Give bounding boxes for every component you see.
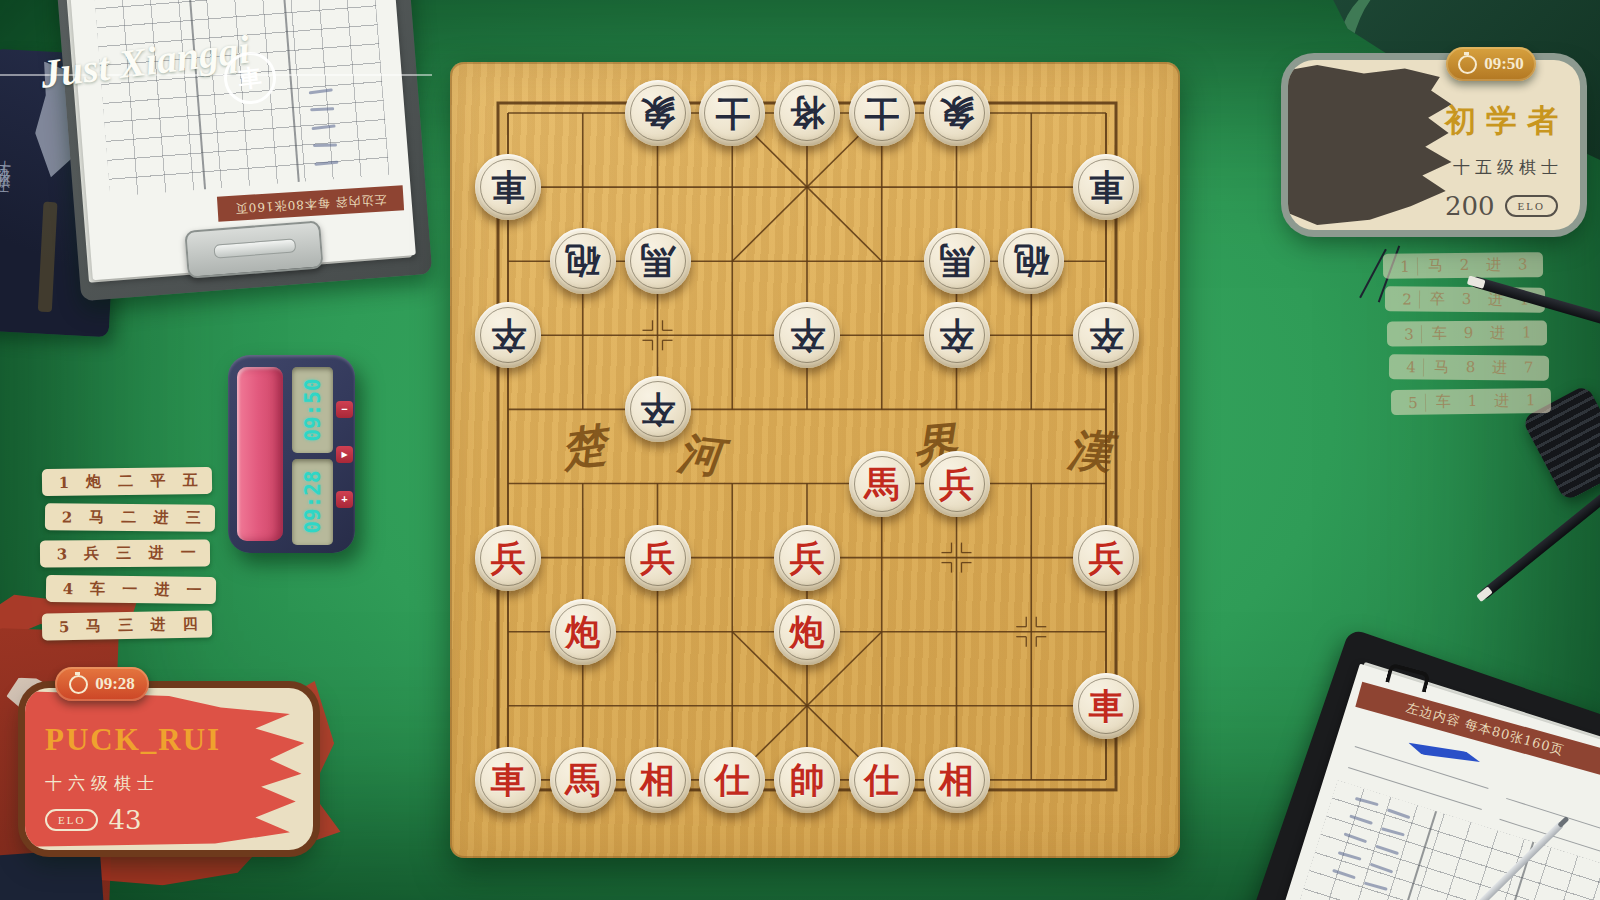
move-number: 1 (1393, 257, 1418, 275)
opponent-card: 初学者 十五级棋士 200 ELO (1288, 60, 1580, 230)
black-move-row: 1马 2 进 3 (1383, 252, 1543, 279)
clock-display-opponent: 09:50 (292, 367, 333, 453)
piece-red-車-f1r10[interactable]: 車 (475, 747, 541, 813)
red-move-row: 2马 二 进 三 (45, 503, 215, 531)
player-name: PUCK_RUI (45, 722, 221, 758)
piece-character: 車 (1089, 170, 1124, 205)
piece-black-卒-f1r4[interactable]: 卒 (475, 302, 541, 368)
river-calligraphy: 漢 (1066, 421, 1114, 483)
piece-black-卒-f7r4[interactable]: 卒 (924, 302, 990, 368)
move-number: 2 (1395, 290, 1420, 308)
player-elo-row: ELO 43 (45, 805, 221, 835)
piece-character: 砲 (565, 244, 600, 279)
piece-character: 卒 (491, 318, 526, 353)
piece-black-将-f5r1[interactable]: 将 (774, 80, 840, 146)
piece-character: 将 (790, 96, 825, 131)
piece-red-兵-f7r6[interactable]: 兵 (924, 451, 990, 517)
piece-character: 卒 (790, 318, 825, 353)
handwriting (313, 143, 337, 147)
move-text: 车 9 进 1 (1432, 324, 1538, 344)
piece-character: 馬 (640, 244, 675, 279)
piece-character: 士 (715, 96, 750, 131)
banner-text: 左边内容 每本80张160页 (234, 190, 387, 216)
opponent-name: 初学者 (1445, 100, 1568, 142)
gold-title-strip (38, 202, 58, 313)
clock-rocker-button (237, 367, 283, 541)
piece-character: 車 (491, 762, 526, 797)
piece-red-炮-f2r8[interactable]: 炮 (550, 599, 616, 665)
piece-black-卒-f3r5[interactable]: 卒 (625, 376, 691, 442)
piece-red-仕-f4r10[interactable]: 仕 (699, 747, 765, 813)
piece-character: 車 (1089, 688, 1124, 723)
move-number: 3 (50, 545, 74, 563)
piece-character: 相 (640, 762, 675, 797)
red-move-row: 4车 一 进 一 (46, 575, 216, 604)
piece-character: 象 (939, 96, 974, 131)
clock-mode-button: ▶ (336, 446, 353, 463)
piece-character: 仕 (864, 762, 899, 797)
piece-character: 卒 (640, 392, 675, 427)
piece-character: 卒 (1089, 318, 1124, 353)
piece-black-象-f3r1[interactable]: 象 (625, 80, 691, 146)
piece-black-馬-f7r3[interactable]: 馬 (924, 228, 990, 294)
black-move-list: 1马 2 进 32卒 3 进 13车 9 进 14马 8 进 75车 1 进 1 (1383, 253, 1543, 414)
piece-character: 兵 (1089, 540, 1124, 575)
piece-character: 馬 (939, 244, 974, 279)
piece-black-卒-f9r4[interactable]: 卒 (1073, 302, 1139, 368)
player-rank: 十六级棋士 (45, 772, 226, 795)
piece-red-兵-f9r7[interactable]: 兵 (1073, 525, 1139, 591)
piece-character: 兵 (491, 540, 526, 575)
move-text: 马 2 进 3 (1428, 255, 1534, 275)
piece-red-相-f3r10[interactable]: 相 (625, 747, 691, 813)
piece-character: 炮 (790, 614, 825, 649)
clock-time-text: 09:28 (301, 470, 325, 533)
move-number: 4 (1399, 358, 1424, 376)
move-number: 4 (56, 579, 80, 597)
piece-red-車-f9r9[interactable]: 車 (1073, 673, 1139, 739)
opponent-elo-row: 200 ELO (1445, 191, 1558, 221)
piece-character: 兵 (790, 540, 825, 575)
piece-black-車-f9r2[interactable]: 車 (1073, 154, 1139, 220)
sheet-banner-upside-down: 左边内容 每本80张160页 (217, 185, 404, 221)
piece-character: 象 (640, 96, 675, 131)
book-spine-text: 十五级棋士 (0, 149, 14, 175)
clock-plus-button: + (336, 491, 353, 508)
clock-minus-button: − (336, 401, 353, 418)
piece-black-士-f6r1[interactable]: 士 (849, 80, 915, 146)
piece-red-兵-f1r7[interactable]: 兵 (475, 525, 541, 591)
xiangqi-game-scene: 十五级棋士 左边内容 每本80张160页 Just Xiangqi 車 09:5… (0, 0, 1600, 900)
player-elo-value: 43 (108, 805, 141, 835)
piece-character: 卒 (939, 318, 974, 353)
move-number: 5 (1401, 393, 1426, 411)
black-move-row: 4马 8 进 7 (1389, 354, 1549, 381)
piece-black-象-f7r1[interactable]: 象 (924, 80, 990, 146)
opponent-rank: 十五级棋士 (1445, 156, 1563, 179)
piece-character: 馬 (864, 466, 899, 501)
piece-character: 帥 (790, 762, 825, 797)
piece-character: 兵 (640, 540, 675, 575)
piece-character: 炮 (565, 614, 600, 649)
move-text: 车 1 进 1 (1436, 391, 1542, 411)
piece-red-兵-f5r7[interactable]: 兵 (774, 525, 840, 591)
elo-badge: ELO (1505, 195, 1558, 217)
red-move-row: 1炮 二 平 五 (42, 467, 212, 496)
clock-time-text: 09:50 (301, 378, 325, 441)
red-move-row: 5马 三 进 四 (42, 611, 212, 641)
opponent-timer: 09:50 (1446, 47, 1536, 81)
opponent-elo-value: 200 (1445, 191, 1495, 221)
xiangqi-board[interactable]: 楚 河 界 漢 象士将士象車車砲馬馬砲卒卒卒卒卒馬兵兵兵兵兵炮炮車車馬相仕帥仕相 (450, 62, 1180, 858)
piece-character: 相 (939, 762, 974, 797)
black-move-row: 5车 1 进 1 (1391, 388, 1551, 415)
move-text: 兵 三 进 一 (84, 543, 202, 563)
river-calligraphy: 楚 (558, 415, 610, 480)
clock-display-player: 09:28 (292, 459, 333, 545)
chess-clock: 09:50 09:28 − ▶ + (228, 355, 355, 553)
piece-red-仕-f6r10[interactable]: 仕 (849, 747, 915, 813)
move-number: 3 (1397, 325, 1422, 343)
move-text: 马 8 进 7 (1434, 358, 1540, 378)
player-timer: 09:28 (55, 667, 149, 701)
elo-badge: ELO (45, 809, 98, 831)
move-text: 马 二 进 三 (89, 508, 207, 528)
navy-box-corner (0, 848, 104, 900)
piece-character: 砲 (1014, 244, 1049, 279)
red-move-list: 1炮 二 平 五2马 二 进 三3兵 三 进 一4车 一 进 一5马 三 进 四 (42, 468, 212, 639)
piece-red-馬-f6r6[interactable]: 馬 (849, 451, 915, 517)
piece-red-相-f7r10[interactable]: 相 (924, 747, 990, 813)
move-number: 5 (52, 617, 76, 635)
move-text: 马 三 进 四 (86, 615, 204, 636)
piece-red-炮-f5r8[interactable]: 炮 (774, 599, 840, 665)
piece-red-馬-f2r10[interactable]: 馬 (550, 747, 616, 813)
logo-piece-character: 車 (237, 61, 264, 95)
piece-black-卒-f5r4[interactable]: 卒 (774, 302, 840, 368)
piece-character: 仕 (715, 762, 750, 797)
piece-black-車-f1r2[interactable]: 車 (475, 154, 541, 220)
player-card: PUCK_RUI 十六级棋士 ELO 43 (25, 688, 313, 850)
piece-character: 士 (864, 96, 899, 131)
opponent-timer-text: 09:50 (1484, 54, 1524, 74)
move-text: 炮 二 平 五 (86, 471, 204, 492)
black-move-row: 3车 9 进 1 (1387, 320, 1547, 346)
piece-red-帥-f5r10[interactable]: 帥 (774, 747, 840, 813)
clipboard-clip (184, 220, 323, 279)
move-number: 2 (55, 508, 79, 526)
piece-red-兵-f3r7[interactable]: 兵 (625, 525, 691, 591)
piece-black-砲-f2r3[interactable]: 砲 (550, 228, 616, 294)
river-calligraphy: 河 (675, 424, 725, 487)
piece-black-砲-f8r3[interactable]: 砲 (998, 228, 1064, 294)
move-number: 1 (52, 473, 76, 491)
piece-character: 馬 (565, 762, 600, 797)
red-move-row: 3兵 三 进 一 (40, 539, 210, 567)
piece-character: 兵 (939, 466, 974, 501)
move-text: 车 一 进 一 (90, 579, 208, 600)
player-timer-text: 09:28 (95, 674, 135, 694)
stopwatch-icon (69, 675, 88, 694)
piece-black-士-f4r1[interactable]: 士 (699, 80, 765, 146)
piece-character: 車 (491, 170, 526, 205)
stopwatch-icon (1458, 55, 1477, 74)
piece-black-馬-f3r3[interactable]: 馬 (625, 228, 691, 294)
